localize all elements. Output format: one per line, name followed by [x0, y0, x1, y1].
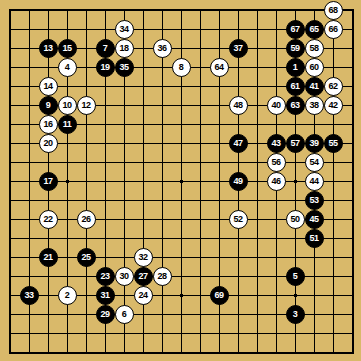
stone-15: 15 [58, 39, 77, 58]
stone-66: 66 [324, 20, 343, 39]
stone-35: 35 [115, 58, 134, 77]
stone-45: 45 [305, 210, 324, 229]
stone-59: 59 [286, 39, 305, 58]
stone-1: 1 [286, 58, 305, 77]
star-point [66, 180, 69, 183]
stone-23: 23 [96, 267, 115, 286]
stone-47: 47 [229, 134, 248, 153]
stone-63: 63 [286, 96, 305, 115]
stone-19: 19 [96, 58, 115, 77]
stone-65: 65 [305, 20, 324, 39]
stone-46: 46 [267, 172, 286, 191]
stone-38: 38 [305, 96, 324, 115]
star-point [294, 294, 297, 297]
stone-21: 21 [39, 248, 58, 267]
stone-32: 32 [134, 248, 153, 267]
stone-34: 34 [115, 20, 134, 39]
stone-54: 54 [305, 153, 324, 172]
star-point [180, 294, 183, 297]
stone-60: 60 [305, 58, 324, 77]
stone-28: 28 [153, 267, 172, 286]
stone-62: 62 [324, 77, 343, 96]
stone-18: 18 [115, 39, 134, 58]
stone-69: 69 [210, 286, 229, 305]
stone-22: 22 [39, 210, 58, 229]
stone-37: 37 [229, 39, 248, 58]
stone-9: 9 [39, 96, 58, 115]
stone-30: 30 [115, 267, 134, 286]
stone-50: 50 [286, 210, 305, 229]
stone-24: 24 [134, 286, 153, 305]
star-point [294, 180, 297, 183]
stone-43: 43 [267, 134, 286, 153]
stone-3: 3 [286, 305, 305, 324]
stone-56: 56 [267, 153, 286, 172]
stone-40: 40 [267, 96, 286, 115]
stone-68: 68 [324, 1, 343, 20]
stone-4: 4 [58, 58, 77, 77]
stone-64: 64 [210, 58, 229, 77]
stone-36: 36 [153, 39, 172, 58]
stone-61: 61 [286, 77, 305, 96]
stone-2: 2 [58, 286, 77, 305]
stone-44: 44 [305, 172, 324, 191]
stone-20: 20 [39, 134, 58, 153]
stone-17: 17 [39, 172, 58, 191]
stone-58: 58 [305, 39, 324, 58]
stone-51: 51 [305, 229, 324, 248]
stone-53: 53 [305, 191, 324, 210]
stone-5: 5 [286, 267, 305, 286]
stone-49: 49 [229, 172, 248, 191]
stone-33: 33 [20, 286, 39, 305]
stone-14: 14 [39, 77, 58, 96]
stone-29: 29 [96, 305, 115, 324]
stone-12: 12 [77, 96, 96, 115]
star-point [180, 180, 183, 183]
stone-42: 42 [324, 96, 343, 115]
stone-7: 7 [96, 39, 115, 58]
stone-41: 41 [305, 77, 324, 96]
go-board: 1234567891011121314151617181920212223242… [0, 0, 361, 361]
stone-11: 11 [58, 115, 77, 134]
stone-52: 52 [229, 210, 248, 229]
stone-16: 16 [39, 115, 58, 134]
stone-6: 6 [115, 305, 134, 324]
stone-27: 27 [134, 267, 153, 286]
stone-26: 26 [77, 210, 96, 229]
stone-25: 25 [77, 248, 96, 267]
stone-48: 48 [229, 96, 248, 115]
stone-67: 67 [286, 20, 305, 39]
stone-55: 55 [324, 134, 343, 153]
stone-13: 13 [39, 39, 58, 58]
stone-8: 8 [172, 58, 191, 77]
stone-57: 57 [286, 134, 305, 153]
stone-10: 10 [58, 96, 77, 115]
stone-39: 39 [305, 134, 324, 153]
stone-31: 31 [96, 286, 115, 305]
